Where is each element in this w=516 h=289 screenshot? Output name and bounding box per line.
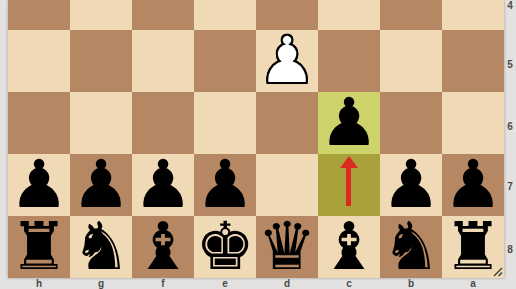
square-h7[interactable]: ♟ [8,154,70,216]
square-c6[interactable]: ♟ [318,92,380,154]
file-coordinates: hgfedcba [8,278,504,289]
black-knight[interactable]: ♞ [380,216,442,278]
black-queen[interactable]: ♛ [256,216,318,278]
black-bishop[interactable]: ♝ [318,216,380,278]
black-king[interactable]: ♚ [194,216,256,278]
board-grid: ♟♟♟♟♟♟♟♟♜♞♝♚♛♝♞♜ [8,0,504,278]
square-h6[interactable] [8,92,70,154]
square-c7[interactable] [318,154,380,216]
square-b7[interactable]: ♟ [380,154,442,216]
black-pawn[interactable]: ♟ [318,92,380,154]
move-arrow-head [340,156,358,168]
square-f6[interactable] [132,92,194,154]
square-f7[interactable]: ♟ [132,154,194,216]
square-f8[interactable]: ♝ [132,216,194,278]
rank-coordinates: 45678 [504,0,516,289]
rank-label-4: 4 [504,1,516,11]
square-g5[interactable] [70,30,132,92]
white-pawn[interactable]: ♟ [256,30,318,92]
black-pawn[interactable]: ♟ [442,154,504,216]
square-b6[interactable] [380,92,442,154]
square-e8[interactable]: ♚ [194,216,256,278]
square-b5[interactable] [380,30,442,92]
square-c5[interactable] [318,30,380,92]
square-a6[interactable] [442,92,504,154]
square-e7[interactable]: ♟ [194,154,256,216]
square-g6[interactable] [70,92,132,154]
rank-label-8: 8 [504,245,516,255]
file-label-f: f [132,278,194,289]
black-pawn[interactable]: ♟ [194,154,256,216]
square-g7[interactable]: ♟ [70,154,132,216]
rank-label-5: 5 [504,60,516,70]
square-c8[interactable]: ♝ [318,216,380,278]
square-a4[interactable] [442,0,504,30]
move-arrow-shaft [346,166,351,206]
square-e4[interactable] [194,0,256,30]
square-f5[interactable] [132,30,194,92]
board-resize-handle[interactable] [492,266,503,277]
rank-label-6: 6 [504,122,516,132]
file-label-g: g [70,278,132,289]
square-a5[interactable] [442,30,504,92]
square-d6[interactable] [256,92,318,154]
rank-label-7: 7 [504,182,516,192]
file-label-b: b [380,278,442,289]
black-bishop[interactable]: ♝ [132,216,194,278]
chess-app-screen: ♟♟♟♟♟♟♟♟♜♞♝♚♛♝♞♜ hgfedcba 45678 [0,0,516,289]
square-d8[interactable]: ♛ [256,216,318,278]
square-h8[interactable]: ♜ [8,216,70,278]
square-a7[interactable]: ♟ [442,154,504,216]
square-b8[interactable]: ♞ [380,216,442,278]
file-label-e: e [194,278,256,289]
square-d7[interactable] [256,154,318,216]
black-pawn[interactable]: ♟ [70,154,132,216]
black-rook[interactable]: ♜ [8,216,70,278]
square-f4[interactable] [132,0,194,30]
square-d5[interactable]: ♟ [256,30,318,92]
black-pawn[interactable]: ♟ [380,154,442,216]
square-e5[interactable] [194,30,256,92]
square-h4[interactable] [8,0,70,30]
square-e6[interactable] [194,92,256,154]
file-label-d: d [256,278,318,289]
file-label-h: h [8,278,70,289]
square-c4[interactable] [318,0,380,30]
black-knight[interactable]: ♞ [70,216,132,278]
black-pawn[interactable]: ♟ [8,154,70,216]
file-label-a: a [442,278,504,289]
file-label-c: c [318,278,380,289]
square-g8[interactable]: ♞ [70,216,132,278]
chess-board: ♟♟♟♟♟♟♟♟♜♞♝♚♛♝♞♜ [8,0,504,278]
black-pawn[interactable]: ♟ [132,154,194,216]
square-h5[interactable] [8,30,70,92]
square-b4[interactable] [380,0,442,30]
square-g4[interactable] [70,0,132,30]
